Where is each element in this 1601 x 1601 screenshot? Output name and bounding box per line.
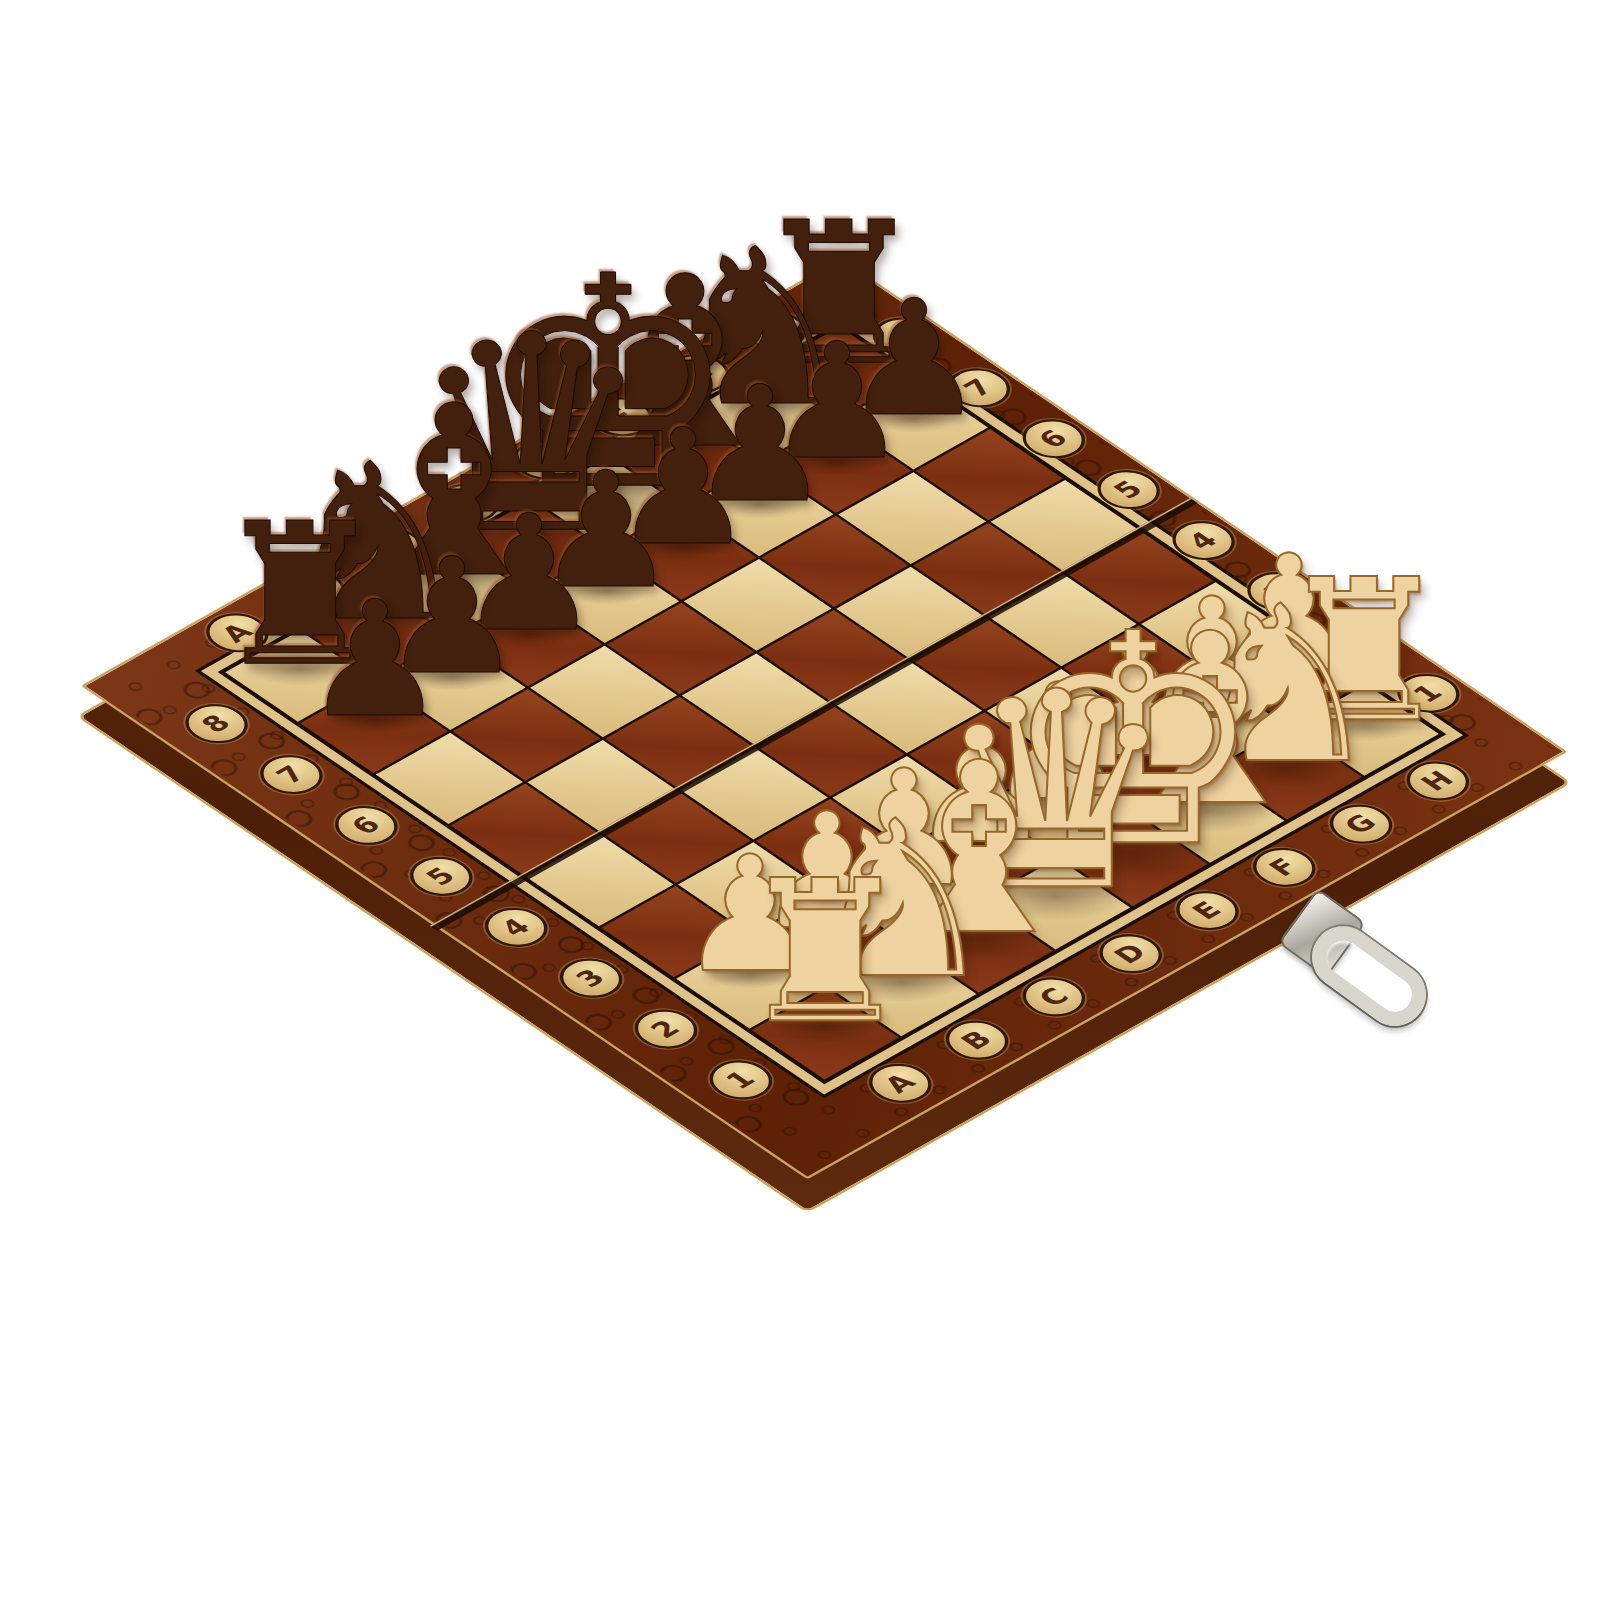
rank-label-1: 1 xyxy=(697,1053,785,1108)
file-label-e-text: E xyxy=(525,448,564,473)
product-photo-canvas: 8877665544332211HHGGFFEEDDCCBBAA ♜♞♝♛♚♝♞… xyxy=(0,0,1601,1601)
file-label-g: G xyxy=(1317,797,1405,852)
file-label-f: F xyxy=(1240,840,1328,895)
rank-label-2: 2 xyxy=(622,1002,710,1057)
file-label-c-text: C xyxy=(371,534,412,560)
file-label-h-text: H xyxy=(753,317,796,344)
file-label-h: H xyxy=(1394,754,1482,809)
rank-label-4-text: 4 xyxy=(1184,528,1224,553)
rank-label-2-text: 2 xyxy=(1333,630,1373,655)
rank-label-4-text: 4 xyxy=(496,915,536,940)
file-label-b-text: B xyxy=(956,1027,997,1053)
rank-label-6-text: 6 xyxy=(1034,426,1074,451)
file-label-f-text: F xyxy=(1265,855,1304,880)
rank-label-6: 6 xyxy=(322,798,410,853)
rank-label-7-text: 7 xyxy=(272,762,312,787)
rank-label-6-text: 6 xyxy=(346,813,386,838)
file-label-h-text: H xyxy=(1416,767,1459,794)
file-label-f-text: F xyxy=(602,404,641,429)
file-label-e: E xyxy=(1163,883,1251,938)
file-label-g-text: G xyxy=(1340,811,1383,838)
rank-label-5-text: 5 xyxy=(1109,477,1149,502)
rank-label-3: 3 xyxy=(547,951,635,1006)
rank-label-3-text: 3 xyxy=(571,966,611,991)
rank-label-8: 8 xyxy=(173,696,261,751)
rank-label-4: 4 xyxy=(472,900,560,955)
file-label-a-text: A xyxy=(879,1070,921,1096)
latch-icon xyxy=(1272,893,1512,1103)
file-label-d-text: D xyxy=(446,490,489,517)
file-label-e-text: E xyxy=(1188,898,1227,923)
file-label-a-text: A xyxy=(217,620,259,646)
rank-label-7: 7 xyxy=(247,747,335,802)
rank-label-1-text: 1 xyxy=(1408,681,1448,706)
file-label-c: C xyxy=(1010,970,1098,1025)
file-label-a: A xyxy=(856,1056,944,1111)
rank-label-2-text: 2 xyxy=(646,1017,686,1042)
file-label-d: D xyxy=(1087,926,1175,981)
file-label-d-text: D xyxy=(1109,940,1152,967)
rank-label-3-text: 3 xyxy=(1259,579,1299,604)
file-label-b-text: B xyxy=(294,577,335,603)
rank-label-8-text: 8 xyxy=(197,711,237,736)
rank-label-7-text: 7 xyxy=(959,375,999,400)
file-label-b: B xyxy=(933,1013,1021,1068)
rank-label-8-text: 8 xyxy=(884,324,924,349)
file-label-c-text: C xyxy=(1034,984,1075,1010)
file-label-g-text: G xyxy=(677,360,720,387)
rank-label-1-text: 1 xyxy=(721,1067,761,1092)
rank-label-5-text: 5 xyxy=(421,864,461,889)
rank-label-5: 5 xyxy=(397,849,485,904)
